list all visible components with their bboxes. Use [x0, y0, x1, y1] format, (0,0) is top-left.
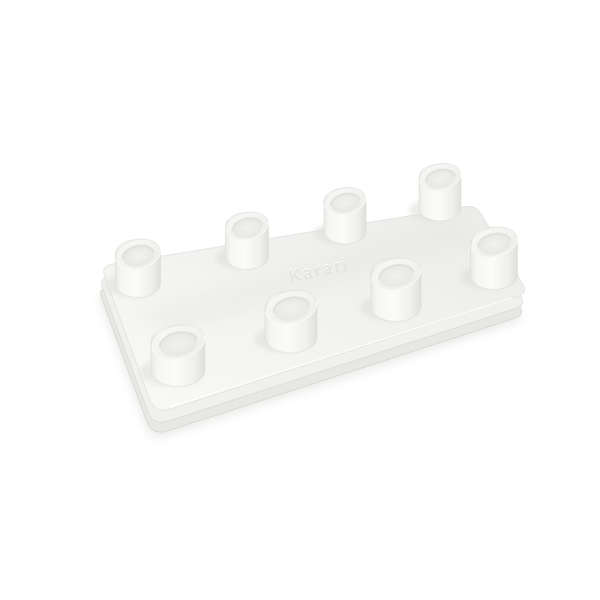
stud-back-4 [409, 160, 463, 221]
plate-scene: Karari Karari [0, 0, 600, 600]
product-photo: Karari Karari [0, 0, 600, 600]
stud-back-2 [215, 208, 271, 269]
stud-back-3 [314, 184, 368, 244]
